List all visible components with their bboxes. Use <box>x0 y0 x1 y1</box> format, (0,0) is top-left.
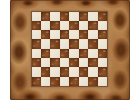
square-f5[interactable] <box>79 39 88 48</box>
square-d8[interactable] <box>60 12 69 21</box>
square-e7[interactable] <box>69 21 78 30</box>
square-a8[interactable] <box>32 12 41 21</box>
square-f7[interactable] <box>79 21 88 30</box>
square-d3[interactable] <box>60 58 69 67</box>
square-g2[interactable] <box>88 67 97 76</box>
square-e8[interactable] <box>69 12 78 21</box>
square-f1[interactable] <box>79 77 88 86</box>
square-e2[interactable] <box>69 67 78 76</box>
square-c3[interactable] <box>50 58 59 67</box>
square-f2[interactable] <box>79 67 88 76</box>
square-g3[interactable] <box>88 58 97 67</box>
square-e1[interactable] <box>69 77 78 86</box>
square-c7[interactable] <box>50 21 59 30</box>
square-a6[interactable] <box>32 30 41 39</box>
square-b3[interactable] <box>41 58 50 67</box>
square-b5[interactable] <box>41 39 50 48</box>
square-f4[interactable] <box>79 49 88 58</box>
square-b1[interactable] <box>41 77 50 86</box>
square-e3[interactable] <box>69 58 78 67</box>
square-d4[interactable] <box>60 49 69 58</box>
square-f6[interactable] <box>79 30 88 39</box>
square-c1[interactable] <box>50 77 59 86</box>
square-b8[interactable] <box>41 12 50 21</box>
board-squares <box>31 11 109 88</box>
chess-board <box>10 0 130 100</box>
square-e4[interactable] <box>69 49 78 58</box>
square-f3[interactable] <box>79 58 88 67</box>
square-d1[interactable] <box>60 77 69 86</box>
square-a1[interactable] <box>32 77 41 86</box>
square-g4[interactable] <box>88 49 97 58</box>
square-g6[interactable] <box>88 30 97 39</box>
square-b7[interactable] <box>41 21 50 30</box>
square-e5[interactable] <box>69 39 78 48</box>
square-h5[interactable] <box>98 39 107 48</box>
square-h6[interactable] <box>98 30 107 39</box>
square-g1[interactable] <box>88 77 97 86</box>
square-a4[interactable] <box>32 49 41 58</box>
square-b6[interactable] <box>41 30 50 39</box>
square-b2[interactable] <box>41 67 50 76</box>
square-c5[interactable] <box>50 39 59 48</box>
square-h8[interactable] <box>98 12 107 21</box>
square-g7[interactable] <box>88 21 97 30</box>
square-c2[interactable] <box>50 67 59 76</box>
square-e6[interactable] <box>69 30 78 39</box>
square-f8[interactable] <box>79 12 88 21</box>
square-a2[interactable] <box>32 67 41 76</box>
square-d5[interactable] <box>60 39 69 48</box>
square-a3[interactable] <box>32 58 41 67</box>
square-d7[interactable] <box>60 21 69 30</box>
square-c4[interactable] <box>50 49 59 58</box>
square-b4[interactable] <box>41 49 50 58</box>
square-g8[interactable] <box>88 12 97 21</box>
square-a7[interactable] <box>32 21 41 30</box>
square-h1[interactable] <box>98 77 107 86</box>
square-h7[interactable] <box>98 21 107 30</box>
square-d2[interactable] <box>60 67 69 76</box>
square-a5[interactable] <box>32 39 41 48</box>
square-c6[interactable] <box>50 30 59 39</box>
product-photo-background <box>0 0 140 100</box>
square-d6[interactable] <box>60 30 69 39</box>
square-c8[interactable] <box>50 12 59 21</box>
square-h4[interactable] <box>98 49 107 58</box>
square-h3[interactable] <box>98 58 107 67</box>
square-g5[interactable] <box>88 39 97 48</box>
square-h2[interactable] <box>98 67 107 76</box>
